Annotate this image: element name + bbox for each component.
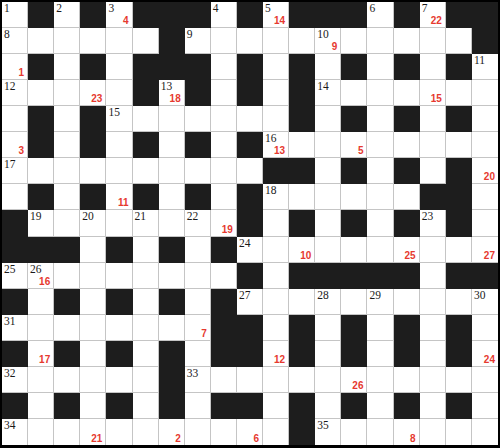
white-cell-r5c14[interactable] bbox=[367, 132, 393, 158]
white-cell-r9c9[interactable]: 24 bbox=[237, 237, 263, 263]
white-cell-r2c0[interactable]: 1 bbox=[2, 54, 28, 80]
white-cell-r11c13[interactable] bbox=[341, 289, 367, 315]
white-cell-r14c18[interactable] bbox=[472, 367, 498, 393]
white-cell-r6c5[interactable] bbox=[133, 158, 159, 184]
white-cell-r6c8[interactable] bbox=[211, 158, 237, 184]
clue-number-30: 30 bbox=[474, 289, 486, 301]
white-cell-r14c15[interactable] bbox=[394, 367, 420, 393]
black-cell-r15c17 bbox=[446, 393, 472, 419]
white-cell-r8c12[interactable] bbox=[315, 210, 341, 236]
red-number-16: 16 bbox=[39, 277, 50, 287]
white-cell-r11c15[interactable] bbox=[394, 289, 420, 315]
black-cell-r12c17 bbox=[446, 315, 472, 341]
black-cell-r15c15 bbox=[394, 393, 420, 419]
white-cell-r9c16[interactable] bbox=[420, 237, 446, 263]
white-cell-r3c4[interactable] bbox=[106, 80, 132, 106]
white-cell-r12c10[interactable] bbox=[263, 315, 289, 341]
white-cell-r6c9[interactable] bbox=[237, 158, 263, 184]
white-cell-r15c18[interactable] bbox=[472, 393, 498, 419]
white-cell-r6c3[interactable] bbox=[80, 158, 106, 184]
black-cell-r7c9 bbox=[237, 184, 263, 210]
white-cell-r10c6[interactable] bbox=[159, 263, 185, 289]
black-cell-r2c15 bbox=[394, 54, 420, 80]
white-cell-r16c1[interactable] bbox=[28, 419, 54, 445]
white-cell-r13c7[interactable] bbox=[185, 341, 211, 367]
white-cell-r4c8[interactable] bbox=[211, 106, 237, 132]
white-cell-r12c6[interactable] bbox=[159, 315, 185, 341]
clue-number-6: 6 bbox=[369, 2, 375, 14]
white-cell-r3c13[interactable] bbox=[341, 80, 367, 106]
black-cell-r10c9 bbox=[237, 263, 263, 289]
white-cell-r14c7[interactable]: 33 bbox=[185, 367, 211, 393]
white-cell-r9c12[interactable] bbox=[315, 237, 341, 263]
white-cell-r15c10[interactable] bbox=[263, 393, 289, 419]
white-cell-r11c16[interactable] bbox=[420, 289, 446, 315]
white-cell-r14c5[interactable] bbox=[133, 367, 159, 393]
red-number-1: 1 bbox=[19, 68, 25, 78]
white-cell-r1c10[interactable] bbox=[263, 28, 289, 54]
white-cell-r15c12[interactable] bbox=[315, 393, 341, 419]
white-cell-r16c17[interactable] bbox=[446, 419, 472, 445]
white-cell-r3c8[interactable] bbox=[211, 80, 237, 106]
crossword-grid: 1234451467228910911112231318141515316135… bbox=[0, 0, 500, 448]
white-cell-r15c16[interactable] bbox=[420, 393, 446, 419]
clue-number-4: 4 bbox=[213, 2, 219, 14]
white-cell-r4c10[interactable] bbox=[263, 106, 289, 132]
white-cell-r14c0[interactable]: 32 bbox=[2, 367, 28, 393]
white-cell-r11c5[interactable] bbox=[133, 289, 159, 315]
white-cell-r16c7[interactable] bbox=[185, 419, 211, 445]
white-cell-r7c6[interactable] bbox=[159, 184, 185, 210]
white-cell-r8c10[interactable] bbox=[263, 210, 289, 236]
black-cell-r6c10 bbox=[263, 158, 289, 184]
black-cell-r7c16 bbox=[420, 184, 446, 210]
white-cell-r7c18[interactable] bbox=[472, 184, 498, 210]
white-cell-r4c9[interactable] bbox=[237, 106, 263, 132]
white-cell-r16c2[interactable] bbox=[54, 419, 80, 445]
white-cell-r16c9[interactable]: 6 bbox=[237, 419, 263, 445]
white-cell-r4c4[interactable]: 15 bbox=[106, 106, 132, 132]
white-cell-r10c5[interactable] bbox=[133, 263, 159, 289]
white-cell-r5c17[interactable] bbox=[446, 132, 472, 158]
white-cell-r1c9[interactable] bbox=[237, 28, 263, 54]
white-cell-r7c4[interactable]: 11 bbox=[106, 184, 132, 210]
clue-number-20: 20 bbox=[82, 210, 94, 222]
white-cell-r12c3[interactable] bbox=[80, 315, 106, 341]
white-cell-r5c2[interactable] bbox=[54, 132, 80, 158]
white-cell-r0c4[interactable]: 34 bbox=[106, 2, 132, 28]
white-cell-r11c7[interactable] bbox=[185, 289, 211, 315]
white-cell-r0c16[interactable]: 722 bbox=[420, 2, 446, 28]
white-cell-r5c12[interactable] bbox=[315, 132, 341, 158]
black-cell-r0c18 bbox=[472, 2, 498, 28]
black-cell-r2c11 bbox=[289, 54, 315, 80]
white-cell-r4c7[interactable] bbox=[185, 106, 211, 132]
white-cell-r4c6[interactable] bbox=[159, 106, 185, 132]
white-cell-r7c2[interactable] bbox=[54, 184, 80, 210]
white-cell-r8c6[interactable] bbox=[159, 210, 185, 236]
white-cell-r11c3[interactable] bbox=[80, 289, 106, 315]
white-cell-r13c10[interactable]: 12 bbox=[263, 341, 289, 367]
white-cell-r3c15[interactable] bbox=[394, 80, 420, 106]
black-cell-r13c2 bbox=[54, 341, 80, 367]
white-cell-r4c16[interactable] bbox=[420, 106, 446, 132]
white-cell-r3c12[interactable]: 14 bbox=[315, 80, 341, 106]
white-cell-r0c8[interactable]: 4 bbox=[211, 2, 237, 28]
white-cell-r15c5[interactable] bbox=[133, 393, 159, 419]
white-cell-r11c14[interactable]: 29 bbox=[367, 289, 393, 315]
white-cell-r15c14[interactable] bbox=[367, 393, 393, 419]
white-cell-r12c4[interactable] bbox=[106, 315, 132, 341]
black-cell-r4c3 bbox=[80, 106, 106, 132]
clue-number-9: 9 bbox=[187, 28, 193, 40]
white-cell-r3c2[interactable] bbox=[54, 80, 80, 106]
black-cell-r8c9 bbox=[237, 210, 263, 236]
black-cell-r8c17 bbox=[446, 210, 472, 236]
white-cell-r6c7[interactable] bbox=[185, 158, 211, 184]
white-cell-r8c14[interactable] bbox=[367, 210, 393, 236]
red-number-14: 14 bbox=[274, 16, 285, 26]
black-cell-r6c15 bbox=[394, 158, 420, 184]
white-cell-r1c1[interactable] bbox=[28, 28, 54, 54]
white-cell-r1c13[interactable] bbox=[341, 28, 367, 54]
white-cell-r0c2[interactable]: 2 bbox=[54, 2, 80, 28]
black-cell-r2c3 bbox=[80, 54, 106, 80]
black-cell-r2c17 bbox=[446, 54, 472, 80]
black-cell-r7c17 bbox=[446, 184, 472, 210]
white-cell-r0c0[interactable]: 1 bbox=[2, 2, 28, 28]
black-cell-r6c11 bbox=[289, 158, 315, 184]
white-cell-r1c14[interactable] bbox=[367, 28, 393, 54]
black-cell-r14c6 bbox=[159, 367, 185, 393]
white-cell-r12c18[interactable] bbox=[472, 315, 498, 341]
white-cell-r9c13[interactable] bbox=[341, 237, 367, 263]
black-cell-r7c3 bbox=[80, 184, 106, 210]
white-cell-r14c3[interactable] bbox=[80, 367, 106, 393]
red-number-13: 13 bbox=[274, 146, 285, 156]
white-cell-r7c8[interactable] bbox=[211, 184, 237, 210]
white-cell-r14c17[interactable] bbox=[446, 367, 472, 393]
white-cell-r12c16[interactable] bbox=[420, 315, 446, 341]
white-cell-r7c12[interactable] bbox=[315, 184, 341, 210]
black-cell-r15c9 bbox=[237, 393, 263, 419]
black-cell-r4c1 bbox=[28, 106, 54, 132]
white-cell-r16c13[interactable] bbox=[341, 419, 367, 445]
white-cell-r10c2[interactable] bbox=[54, 263, 80, 289]
white-cell-r2c16[interactable] bbox=[420, 54, 446, 80]
white-cell-r5c15[interactable] bbox=[394, 132, 420, 158]
white-cell-r9c5[interactable] bbox=[133, 237, 159, 263]
white-cell-r14c13[interactable]: 26 bbox=[341, 367, 367, 393]
white-cell-r6c14[interactable] bbox=[367, 158, 393, 184]
black-cell-r15c11 bbox=[289, 393, 315, 419]
white-cell-r10c7[interactable] bbox=[185, 263, 211, 289]
white-cell-r6c0[interactable]: 17 bbox=[2, 158, 28, 184]
red-number-22: 22 bbox=[431, 16, 442, 26]
white-cell-r9c15[interactable]: 25 bbox=[394, 237, 420, 263]
white-cell-r1c2[interactable] bbox=[54, 28, 80, 54]
red-number-23: 23 bbox=[91, 94, 102, 104]
white-cell-r0c10[interactable]: 514 bbox=[263, 2, 289, 28]
white-cell-r1c11[interactable] bbox=[289, 28, 315, 54]
black-cell-r9c6 bbox=[159, 237, 185, 263]
black-cell-r13c0 bbox=[2, 341, 28, 367]
clue-number-34: 34 bbox=[4, 419, 16, 431]
white-cell-r1c17[interactable] bbox=[446, 28, 472, 54]
white-cell-r8c18[interactable] bbox=[472, 210, 498, 236]
white-cell-r16c0[interactable]: 34 bbox=[2, 419, 28, 445]
white-cell-r7c11[interactable] bbox=[289, 184, 315, 210]
white-cell-r10c4[interactable] bbox=[106, 263, 132, 289]
white-cell-r9c11[interactable]: 10 bbox=[289, 237, 315, 263]
white-cell-r11c11[interactable] bbox=[289, 289, 315, 315]
white-cell-r4c2[interactable] bbox=[54, 106, 80, 132]
white-cell-r14c2[interactable] bbox=[54, 367, 80, 393]
black-cell-r13c13 bbox=[341, 341, 367, 367]
white-cell-r6c16[interactable] bbox=[420, 158, 446, 184]
black-cell-r10c13 bbox=[341, 263, 367, 289]
white-cell-r3c1[interactable] bbox=[28, 80, 54, 106]
clue-number-27: 27 bbox=[239, 289, 251, 301]
white-cell-r7c14[interactable] bbox=[367, 184, 393, 210]
white-cell-r4c14[interactable] bbox=[367, 106, 393, 132]
white-cell-r3c18[interactable] bbox=[472, 80, 498, 106]
white-cell-r7c0[interactable] bbox=[2, 184, 28, 210]
red-number-5: 5 bbox=[358, 146, 364, 156]
clue-number-26: 26 bbox=[30, 263, 42, 275]
black-cell-r16c11 bbox=[289, 419, 315, 445]
white-cell-r10c16[interactable] bbox=[420, 263, 446, 289]
white-cell-r10c10[interactable] bbox=[263, 263, 289, 289]
white-cell-r14c1[interactable] bbox=[28, 367, 54, 393]
black-cell-r0c15 bbox=[394, 2, 420, 28]
white-cell-r11c12[interactable]: 28 bbox=[315, 289, 341, 315]
white-cell-r14c10[interactable] bbox=[263, 367, 289, 393]
white-cell-r3c14[interactable] bbox=[367, 80, 393, 106]
white-cell-r16c18[interactable] bbox=[472, 419, 498, 445]
white-cell-r16c10[interactable] bbox=[263, 419, 289, 445]
white-cell-r15c1[interactable] bbox=[28, 393, 54, 419]
white-cell-r14c11[interactable] bbox=[289, 367, 315, 393]
red-number-9: 9 bbox=[332, 42, 338, 52]
white-cell-r1c3[interactable] bbox=[80, 28, 106, 54]
black-cell-r5c7 bbox=[185, 132, 211, 158]
white-cell-r13c12[interactable] bbox=[315, 341, 341, 367]
white-cell-r1c16[interactable] bbox=[420, 28, 446, 54]
white-cell-r9c7[interactable] bbox=[185, 237, 211, 263]
black-cell-r15c2 bbox=[54, 393, 80, 419]
red-number-21: 21 bbox=[91, 434, 102, 444]
white-cell-r4c18[interactable] bbox=[472, 106, 498, 132]
white-cell-r1c5[interactable] bbox=[133, 28, 159, 54]
white-cell-r16c12[interactable]: 35 bbox=[315, 419, 341, 445]
black-cell-r15c13 bbox=[341, 393, 367, 419]
black-cell-r3c5 bbox=[133, 80, 159, 106]
white-cell-r4c5[interactable] bbox=[133, 106, 159, 132]
white-cell-r8c5[interactable]: 21 bbox=[133, 210, 159, 236]
white-cell-r5c13[interactable]: 5 bbox=[341, 132, 367, 158]
white-cell-r11c10[interactable] bbox=[263, 289, 289, 315]
black-cell-r15c4 bbox=[106, 393, 132, 419]
white-cell-r13c14[interactable] bbox=[367, 341, 393, 367]
black-cell-r15c0 bbox=[2, 393, 28, 419]
white-cell-r16c15[interactable]: 8 bbox=[394, 419, 420, 445]
white-cell-r11c9[interactable]: 27 bbox=[237, 289, 263, 315]
white-cell-r6c18[interactable]: 20 bbox=[472, 158, 498, 184]
black-cell-r0c11 bbox=[289, 2, 315, 28]
white-cell-r9c10[interactable] bbox=[263, 237, 289, 263]
black-cell-r0c6 bbox=[159, 2, 185, 28]
black-cell-r11c6 bbox=[159, 289, 185, 315]
white-cell-r15c7[interactable] bbox=[185, 393, 211, 419]
white-cell-r3c17[interactable] bbox=[446, 80, 472, 106]
black-cell-r2c7 bbox=[185, 54, 211, 80]
black-cell-r4c17 bbox=[446, 106, 472, 132]
white-cell-r9c17[interactable] bbox=[446, 237, 472, 263]
white-cell-r10c8[interactable] bbox=[211, 263, 237, 289]
black-cell-r8c13 bbox=[341, 210, 367, 236]
white-cell-r7c13[interactable] bbox=[341, 184, 367, 210]
white-cell-r6c12[interactable] bbox=[315, 158, 341, 184]
white-cell-r9c14[interactable] bbox=[367, 237, 393, 263]
white-cell-r2c4[interactable] bbox=[106, 54, 132, 80]
white-cell-r8c2[interactable] bbox=[54, 210, 80, 236]
white-cell-r1c4[interactable] bbox=[106, 28, 132, 54]
black-cell-r0c17 bbox=[446, 2, 472, 28]
white-cell-r9c3[interactable] bbox=[80, 237, 106, 263]
white-cell-r2c2[interactable] bbox=[54, 54, 80, 80]
white-cell-r11c1[interactable] bbox=[28, 289, 54, 315]
white-cell-r13c16[interactable] bbox=[420, 341, 446, 367]
white-cell-r2c18[interactable]: 11 bbox=[472, 54, 498, 80]
white-cell-r12c12[interactable] bbox=[315, 315, 341, 341]
white-cell-r3c10[interactable] bbox=[263, 80, 289, 106]
white-cell-r13c1[interactable]: 17 bbox=[28, 341, 54, 367]
black-cell-r13c8 bbox=[211, 341, 237, 367]
white-cell-r2c14[interactable] bbox=[367, 54, 393, 80]
white-cell-r6c2[interactable] bbox=[54, 158, 80, 184]
white-cell-r16c14[interactable] bbox=[367, 419, 393, 445]
white-cell-r12c7[interactable]: 7 bbox=[185, 315, 211, 341]
white-cell-r11c17[interactable] bbox=[446, 289, 472, 315]
white-cell-r5c10[interactable]: 1613 bbox=[263, 132, 289, 158]
red-number-25: 25 bbox=[405, 251, 416, 261]
white-cell-r5c11[interactable] bbox=[289, 132, 315, 158]
white-cell-r8c3[interactable]: 20 bbox=[80, 210, 106, 236]
white-cell-r12c5[interactable] bbox=[133, 315, 159, 341]
white-cell-r1c12[interactable]: 109 bbox=[315, 28, 341, 54]
white-cell-r16c8[interactable] bbox=[211, 419, 237, 445]
white-cell-r2c8[interactable] bbox=[211, 54, 237, 80]
white-cell-r14c8[interactable] bbox=[211, 367, 237, 393]
clue-number-32: 32 bbox=[4, 367, 16, 379]
black-cell-r7c1 bbox=[28, 184, 54, 210]
white-cell-r3c6[interactable]: 1318 bbox=[159, 80, 185, 106]
black-cell-r12c11 bbox=[289, 315, 315, 341]
white-cell-r8c7[interactable]: 22 bbox=[185, 210, 211, 236]
white-cell-r7c10[interactable]: 18 bbox=[263, 184, 289, 210]
black-cell-r12c9 bbox=[237, 315, 263, 341]
white-cell-r5c4[interactable] bbox=[106, 132, 132, 158]
white-cell-r3c3[interactable]: 23 bbox=[80, 80, 106, 106]
white-cell-r1c7[interactable]: 9 bbox=[185, 28, 211, 54]
white-cell-r0c14[interactable]: 6 bbox=[367, 2, 393, 28]
white-cell-r10c1[interactable]: 2616 bbox=[28, 263, 54, 289]
white-cell-r15c3[interactable] bbox=[80, 393, 106, 419]
white-cell-r6c4[interactable] bbox=[106, 158, 132, 184]
black-cell-r10c12 bbox=[315, 263, 341, 289]
white-cell-r11c18[interactable]: 30 bbox=[472, 289, 498, 315]
white-cell-r4c12[interactable] bbox=[315, 106, 341, 132]
white-cell-r14c4[interactable] bbox=[106, 367, 132, 393]
white-cell-r5c18[interactable] bbox=[472, 132, 498, 158]
white-cell-r16c5[interactable] bbox=[133, 419, 159, 445]
white-cell-r5c6[interactable] bbox=[159, 132, 185, 158]
white-cell-r12c14[interactable] bbox=[367, 315, 393, 341]
white-cell-r3c0[interactable]: 12 bbox=[2, 80, 28, 106]
black-cell-r2c1 bbox=[28, 54, 54, 80]
white-cell-r8c1[interactable]: 19 bbox=[28, 210, 54, 236]
white-cell-r14c14[interactable] bbox=[367, 367, 393, 393]
white-cell-r14c12[interactable] bbox=[315, 367, 341, 393]
white-cell-r2c12[interactable] bbox=[315, 54, 341, 80]
white-cell-r5c0[interactable]: 3 bbox=[2, 132, 28, 158]
white-cell-r12c1[interactable] bbox=[28, 315, 54, 341]
white-cell-r14c16[interactable] bbox=[420, 367, 446, 393]
white-cell-r16c6[interactable]: 2 bbox=[159, 419, 185, 445]
white-cell-r5c16[interactable] bbox=[420, 132, 446, 158]
white-cell-r1c15[interactable] bbox=[394, 28, 420, 54]
white-cell-r8c16[interactable]: 23 bbox=[420, 210, 446, 236]
white-cell-r7c15[interactable] bbox=[394, 184, 420, 210]
black-cell-r5c5 bbox=[133, 132, 159, 158]
white-cell-r12c0[interactable]: 31 bbox=[2, 315, 28, 341]
white-cell-r5c8[interactable] bbox=[211, 132, 237, 158]
black-cell-r13c4 bbox=[106, 341, 132, 367]
white-cell-r8c8[interactable]: 19 bbox=[211, 210, 237, 236]
clue-number-22: 22 bbox=[187, 210, 199, 222]
red-number-12: 12 bbox=[274, 355, 285, 365]
white-cell-r4c0[interactable] bbox=[2, 106, 28, 132]
white-cell-r1c0[interactable]: 8 bbox=[2, 28, 28, 54]
black-cell-r11c8 bbox=[211, 289, 237, 315]
white-cell-r16c4[interactable] bbox=[106, 419, 132, 445]
white-cell-r9c18[interactable]: 27 bbox=[472, 237, 498, 263]
white-cell-r1c8[interactable] bbox=[211, 28, 237, 54]
clue-number-1: 1 bbox=[4, 2, 10, 14]
black-cell-r0c9 bbox=[237, 2, 263, 28]
white-cell-r12c2[interactable] bbox=[54, 315, 80, 341]
white-cell-r16c16[interactable] bbox=[420, 419, 446, 445]
black-cell-r5c9 bbox=[237, 132, 263, 158]
black-cell-r10c14 bbox=[367, 263, 393, 289]
white-cell-r6c1[interactable] bbox=[28, 158, 54, 184]
white-cell-r6c6[interactable] bbox=[159, 158, 185, 184]
white-cell-r13c5[interactable] bbox=[133, 341, 159, 367]
white-cell-r8c4[interactable] bbox=[106, 210, 132, 236]
red-number-20: 20 bbox=[484, 172, 495, 182]
white-cell-r16c3[interactable]: 21 bbox=[80, 419, 106, 445]
white-cell-r10c3[interactable] bbox=[80, 263, 106, 289]
white-cell-r14c9[interactable] bbox=[237, 367, 263, 393]
clue-number-18: 18 bbox=[265, 184, 277, 196]
white-cell-r2c10[interactable] bbox=[263, 54, 289, 80]
white-cell-r13c18[interactable]: 24 bbox=[472, 341, 498, 367]
white-cell-r10c0[interactable]: 25 bbox=[2, 263, 28, 289]
black-cell-r6c17 bbox=[446, 158, 472, 184]
white-cell-r13c3[interactable] bbox=[80, 341, 106, 367]
white-cell-r3c16[interactable]: 15 bbox=[420, 80, 446, 106]
